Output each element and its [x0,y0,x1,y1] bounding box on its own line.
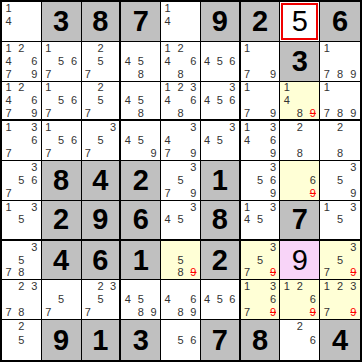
empty-slot [320,241,333,254]
given-digit: 6 [133,205,149,234]
cell-r3c1[interactable]: 124679 [2,82,42,122]
pencil-marks: 589 [161,241,200,280]
empty-slot [254,82,267,95]
empty-slot [333,201,346,214]
candidate-8: 8 [174,306,187,319]
empty-slot [280,174,293,187]
cell-r1c2[interactable]: 3 [42,2,82,42]
cell-r9c6[interactable]: 7 [201,320,241,360]
candidate-7: 7 [241,306,254,319]
cell-r7c8[interactable]: 9 [280,241,320,281]
empty-slot [55,121,68,134]
cell-r5c1[interactable]: 3567 [2,161,42,201]
empty-slot [293,333,306,346]
empty-slot [187,347,200,360]
given-digit: 7 [133,7,149,36]
cell-r4c2[interactable]: 1567 [42,121,82,161]
cell-r5c8[interactable]: 69 [280,161,320,201]
empty-slot [107,94,120,107]
empty-slot [213,82,226,95]
cell-r3c5[interactable]: 123468 [161,82,201,122]
pencil-marks: 456 [201,280,239,319]
empty-slot [267,226,280,239]
candidate-9: 9 [347,187,360,200]
pencil-marks: 1567 [42,121,81,160]
cell-r8c5[interactable]: 4689 [161,280,201,320]
pencil-marks: 1367 [2,121,41,160]
empty-slot [241,254,254,267]
candidate-5: 5 [134,293,147,306]
cell-r9c1[interactable]: 25 [2,320,42,360]
empty-slot [306,82,319,95]
empty-slot [161,320,174,333]
empty-slot [187,280,200,293]
empty-slot [161,280,174,293]
cell-r4c4[interactable]: 459 [121,121,161,161]
empty-slot [28,320,41,333]
candidate-5: 5 [254,213,267,226]
empty-slot [134,82,147,95]
empty-slot [174,201,187,214]
empty-slot [293,161,306,174]
given-digit: 7 [292,205,308,234]
empty-slot [2,254,15,267]
empty-slot [121,68,134,81]
empty-slot [94,147,107,160]
cell-r7c2[interactable]: 4 [42,241,82,281]
empty-slot [254,134,267,147]
empty-slot [320,147,333,160]
cell-r6c7[interactable]: 1345 [241,201,281,241]
empty-slot [213,147,226,160]
candidate-5: 5 [15,174,28,187]
candidate-5: 5 [254,254,267,267]
empty-slot [174,226,187,239]
empty-slot [254,306,267,319]
cell-r3c7[interactable]: 179 [241,82,281,122]
empty-slot [174,15,187,28]
cell-r8c2[interactable]: 57 [42,280,82,320]
pencil-marks: 3567 [2,161,41,200]
candidate-2: 2 [15,280,28,293]
candidate-5: 5 [333,254,346,267]
candidate-4: 4 [161,213,174,226]
candidate-5: 5 [55,293,68,306]
given-digit: 3 [133,326,149,355]
candidate-3: 3 [347,280,360,293]
pencil-marks: 3579 [320,241,360,280]
empty-slot [107,82,120,95]
cell-r3c8[interactable]: 1489 [280,82,320,122]
empty-slot [174,280,187,293]
candidate-5: 5 [134,94,147,107]
empty-slot [174,293,187,306]
empty-slot [267,254,280,267]
empty-slot [147,42,160,55]
candidate-6: 6 [28,174,41,187]
cell-r1c1[interactable]: 14 [2,2,42,42]
empty-slot [333,293,346,306]
empty-slot [226,134,239,147]
empty-slot [174,241,187,254]
empty-slot [241,55,254,68]
pencil-marks: 3479 [161,121,200,160]
empty-slot [107,147,120,160]
candidate-7: 7 [42,68,55,81]
cell-r5c2[interactable]: 8 [42,161,82,201]
pencil-marks: 257 [82,42,120,81]
empty-slot [28,267,41,280]
cell-r1c5[interactable]: 14 [161,2,201,42]
candidate-3: 3 [187,121,200,134]
cell-r5c3[interactable]: 4 [82,161,122,201]
candidate-5: 5 [94,94,107,107]
cell-r2c2[interactable]: 1567 [42,42,82,82]
candidate-6: 6 [306,293,319,306]
cell-r9c9[interactable]: 4 [320,320,360,360]
empty-slot [68,280,81,293]
cell-r1c6[interactable]: 9 [201,2,241,42]
candidate-5: 5 [174,213,187,226]
given-digit: 1 [92,326,108,355]
candidate-8: 8 [134,306,147,319]
cell-r5c7[interactable]: 3569 [241,161,281,201]
empty-slot [15,147,28,160]
candidate-3: 3 [347,201,360,214]
empty-slot [147,107,160,120]
empty-slot [201,82,214,95]
cell-r8c8[interactable]: 1269 [280,280,320,320]
empty-slot [226,280,239,293]
candidate-4: 4 [161,94,174,107]
given-digit: 9 [212,7,228,36]
cell-r6c3[interactable]: 9 [82,201,122,241]
pencil-marks: 3578 [2,241,41,280]
empty-slot [293,82,306,95]
candidate-6: 6 [267,134,280,147]
empty-slot [306,347,319,360]
candidate-9: 9 [267,68,280,81]
cell-r3c6[interactable]: 3456 [201,82,241,122]
empty-slot [82,94,95,107]
empty-slot [347,254,360,267]
empty-slot [94,121,107,134]
cell-r7c5[interactable]: 589 [161,241,201,281]
given-digit: 9 [53,326,69,355]
empty-slot [107,306,120,319]
candidate-3: 3 [28,280,41,293]
candidate-5: 5 [15,333,28,346]
empty-slot [42,94,55,107]
empty-slot [161,174,174,187]
candidate-3: 3 [347,241,360,254]
empty-slot [2,226,15,239]
empty-slot [94,68,107,81]
candidate-7: 7 [320,107,333,120]
cell-r8c4[interactable]: 4589 [121,280,161,320]
empty-slot [161,68,174,81]
cell-r5c9[interactable]: 359 [320,161,360,201]
given-digit: 8 [92,7,108,36]
candidate-3: 3 [107,121,120,134]
cell-r6c9[interactable]: 135 [320,201,360,241]
cell-r7c1[interactable]: 3578 [2,241,42,281]
empty-slot [107,293,120,306]
empty-slot [28,293,41,306]
candidate-5: 5 [94,134,107,147]
empty-slot [333,187,346,200]
empty-slot [15,68,28,81]
empty-slot [201,306,214,319]
empty-slot [82,82,95,95]
cell-r9c3[interactable]: 1 [82,320,122,360]
cell-r6c4[interactable]: 6 [121,201,161,241]
cell-r2c5[interactable]: 12468 [161,42,201,82]
empty-slot [213,306,226,319]
cell-r9c4[interactable]: 3 [121,320,161,360]
candidate-3: 3 [28,161,41,174]
empty-slot [28,82,41,95]
pencil-marks: 28 [280,121,319,160]
empty-slot [28,333,41,346]
cell-r7c4[interactable]: 1 [121,241,161,281]
candidate-9: 9 [147,147,160,160]
empty-slot [147,121,160,134]
empty-slot [333,134,346,147]
empty-slot [293,94,306,107]
candidate-5: 5 [213,134,226,147]
empty-slot [42,134,55,147]
empty-slot [254,42,267,55]
cell-r6c2[interactable]: 2 [42,201,82,241]
cell-r2c4[interactable]: 458 [121,42,161,82]
cell-r3c9[interactable]: 1789 [320,82,360,122]
candidate-8: 8 [293,147,306,160]
empty-slot [28,15,41,28]
candidate-4: 4 [2,55,15,68]
cell-r8c9[interactable]: 12379 [320,280,360,320]
empty-slot [161,107,174,120]
pencil-marks: 345 [161,201,200,239]
candidate-2: 2 [15,42,28,55]
candidate-6: 6 [187,333,200,346]
candidate-5: 5 [174,254,187,267]
empty-slot [187,42,200,55]
empty-slot [320,254,333,267]
candidate-2: 2 [15,82,28,95]
empty-slot [174,161,187,174]
cell-r6c5[interactable]: 345 [161,201,201,241]
empty-slot [55,280,68,293]
candidate-9: 9 [187,187,200,200]
cell-r8c1[interactable]: 2378 [2,280,42,320]
candidate-3: 3 [267,121,280,134]
empty-slot [68,68,81,81]
candidate-4: 4 [241,213,254,226]
candidate-7: 7 [2,107,15,120]
candidate-3: 3 [226,82,239,95]
empty-slot [42,293,55,306]
given-digit: 8 [252,326,268,355]
candidate-5: 5 [55,55,68,68]
candidate-7: 7 [241,68,254,81]
given-digit: 2 [133,166,149,195]
cell-r9c8[interactable]: 26 [280,320,320,360]
cell-r1c9[interactable]: 6 [320,2,360,42]
candidate-4: 4 [201,134,214,147]
candidate-7: 7 [320,267,333,280]
cell-r1c3[interactable]: 8 [82,2,122,42]
cell-r9c2[interactable]: 9 [42,320,82,360]
cell-r4c5[interactable]: 3479 [161,121,201,161]
empty-slot [280,134,293,147]
cell-r2c8[interactable]: 3 [280,42,320,82]
empty-slot [161,333,174,346]
empty-slot [347,55,360,68]
candidate-2: 2 [94,42,107,55]
empty-slot [320,213,333,226]
empty-slot [280,121,293,134]
cell-r5c4[interactable]: 2 [121,161,161,201]
given-digit: 8 [53,166,69,195]
cell-r2c1[interactable]: 124679 [2,42,42,82]
empty-slot [320,161,333,174]
candidate-7: 7 [241,107,254,120]
empty-slot [55,68,68,81]
empty-slot [241,293,254,306]
candidate-2: 2 [174,42,187,55]
candidate-7: 7 [2,267,15,280]
candidate-4: 4 [201,55,214,68]
cell-r5c5[interactable]: 3579 [161,161,201,201]
empty-slot [187,174,200,187]
given-digit: 6 [92,246,108,275]
cell-r4c6[interactable]: 345 [201,121,241,161]
cell-r8c6[interactable]: 456 [201,280,241,320]
empty-slot [254,55,267,68]
candidate-1: 1 [2,2,15,15]
cell-r4c8[interactable]: 28 [280,121,320,161]
cell-r2c9[interactable]: 1789 [320,42,360,82]
empty-slot [147,280,160,293]
empty-slot [280,320,293,333]
candidate-6: 6 [187,55,200,68]
empty-slot [28,2,41,15]
pencil-marks: 2378 [2,280,41,319]
empty-slot [347,42,360,55]
pencil-marks: 458 [121,82,160,120]
sudoku-board: 1438714925612467915672574581246845617931… [0,0,362,362]
empty-slot [121,107,134,120]
cell-r8c3[interactable]: 2357 [82,280,122,320]
cell-r1c8[interactable]: 5 [280,2,320,42]
empty-slot [82,42,95,55]
empty-slot [320,134,333,147]
empty-slot [147,293,160,306]
empty-slot [2,280,15,293]
pencil-marks: 4689 [161,280,200,319]
candidate-5: 5 [333,213,346,226]
cell-r1c7[interactable]: 2 [241,2,281,42]
cell-r9c5[interactable]: 56 [161,320,201,360]
cell-r4c9[interactable]: 28 [320,121,360,161]
empty-slot [293,174,306,187]
empty-slot [254,201,267,214]
empty-slot [161,347,174,360]
empty-slot [201,280,214,293]
cell-r4c3[interactable]: 357 [82,121,122,161]
empty-slot [121,280,134,293]
empty-slot [107,68,120,81]
cell-r9c7[interactable]: 8 [241,320,281,360]
empty-slot [254,267,267,280]
candidate-4: 4 [201,94,214,107]
candidate-7: 7 [82,68,95,81]
empty-slot [15,28,28,41]
placed-digit: 5 [292,7,308,36]
empty-slot [241,161,254,174]
cell-r5c6[interactable]: 1 [201,161,241,201]
empty-slot [347,121,360,134]
empty-slot [68,121,81,134]
cell-r2c3[interactable]: 257 [82,42,122,82]
candidate-8: 8 [333,107,346,120]
empty-slot [161,28,174,41]
cell-r4c7[interactable]: 13469 [241,121,281,161]
empty-slot [226,306,239,319]
cell-r3c3[interactable]: 257 [82,82,122,122]
empty-slot [226,147,239,160]
empty-slot [15,161,28,174]
cell-r3c2[interactable]: 1567 [42,82,82,122]
empty-slot [82,293,95,306]
eliminated-candidate-9: 9 [267,306,280,319]
cell-r7c6[interactable]: 2 [201,241,241,281]
empty-slot [213,68,226,81]
cell-r6c6[interactable]: 8 [201,201,241,241]
empty-slot [320,187,333,200]
empty-slot [280,347,293,360]
empty-slot [161,306,174,319]
cell-r4c1[interactable]: 1367 [2,121,42,161]
cell-r7c3[interactable]: 6 [82,241,122,281]
cell-r6c1[interactable]: 135 [2,201,42,241]
pencil-marks: 25 [2,320,41,360]
empty-slot [254,121,267,134]
cell-r7c9[interactable]: 3579 [320,241,360,281]
candidate-4: 4 [241,134,254,147]
pencil-marks: 459 [121,121,160,160]
empty-slot [121,121,134,134]
pencil-marks: 124679 [2,82,41,120]
candidate-1: 1 [320,82,333,95]
empty-slot [82,121,95,134]
eliminated-candidate-9: 9 [306,187,319,200]
pencil-marks: 14 [161,2,200,41]
empty-slot [2,174,15,187]
cell-r6c8[interactable]: 7 [280,201,320,241]
cell-r3c4[interactable]: 458 [121,82,161,122]
cell-r2c6[interactable]: 456 [201,42,241,82]
pencil-marks: 3569 [241,161,280,200]
pencil-marks: 69 [280,161,319,200]
candidate-1: 1 [320,280,333,293]
cell-r7c7[interactable]: 3579 [241,241,281,281]
cell-r1c4[interactable]: 7 [121,2,161,42]
cell-r2c7[interactable]: 179 [241,42,281,82]
cell-r8c7[interactable]: 13679 [241,280,281,320]
empty-slot [107,42,120,55]
